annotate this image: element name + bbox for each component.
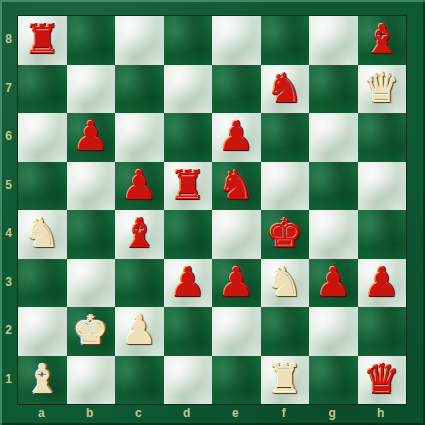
square-h6[interactable] xyxy=(358,113,407,162)
rank-label-2: 2 xyxy=(1,323,16,337)
square-e2[interactable] xyxy=(212,307,261,356)
file-label-f: f xyxy=(260,406,309,424)
square-f1[interactable]: ♜ xyxy=(261,356,310,405)
square-b4[interactable] xyxy=(67,210,116,259)
red-queen[interactable]: ♛ xyxy=(364,359,400,399)
file-label-c: c xyxy=(114,406,163,424)
chess-board-frame: ♜♝♞♛♟♟♟♜♞♞♝♚♟♟♞♟♟♚♟♝♜♛ 87654321 abcdefgh xyxy=(0,0,425,425)
white-pawn[interactable]: ♟ xyxy=(121,310,157,350)
square-d8[interactable] xyxy=(164,16,213,65)
square-b8[interactable] xyxy=(67,16,116,65)
white-bishop[interactable]: ♝ xyxy=(24,359,60,399)
square-e8[interactable] xyxy=(212,16,261,65)
square-d1[interactable] xyxy=(164,356,213,405)
square-e1[interactable] xyxy=(212,356,261,405)
square-f7[interactable]: ♞ xyxy=(261,65,310,114)
red-rook[interactable]: ♜ xyxy=(170,165,206,205)
square-f5[interactable] xyxy=(261,162,310,211)
red-rook[interactable]: ♜ xyxy=(24,19,60,59)
red-bishop[interactable]: ♝ xyxy=(121,213,157,253)
square-a2[interactable] xyxy=(18,307,67,356)
square-a7[interactable] xyxy=(18,65,67,114)
rank-label-4: 4 xyxy=(1,226,16,240)
square-h5[interactable] xyxy=(358,162,407,211)
square-d5[interactable]: ♜ xyxy=(164,162,213,211)
rank-label-6: 6 xyxy=(1,129,16,143)
square-f3[interactable]: ♞ xyxy=(261,259,310,308)
rank-label-8: 8 xyxy=(1,32,16,46)
square-e6[interactable]: ♟ xyxy=(212,113,261,162)
red-bishop[interactable]: ♝ xyxy=(364,19,400,59)
white-rook[interactable]: ♜ xyxy=(267,359,303,399)
red-knight[interactable]: ♞ xyxy=(218,165,254,205)
red-pawn[interactable]: ♟ xyxy=(218,262,254,302)
square-c4[interactable]: ♝ xyxy=(115,210,164,259)
square-g2[interactable] xyxy=(309,307,358,356)
red-king[interactable]: ♚ xyxy=(267,213,303,253)
square-d6[interactable] xyxy=(164,113,213,162)
square-g7[interactable] xyxy=(309,65,358,114)
red-pawn[interactable]: ♟ xyxy=(218,116,254,156)
file-label-d: d xyxy=(163,406,212,424)
chess-board: ♜♝♞♛♟♟♟♜♞♞♝♚♟♟♞♟♟♚♟♝♜♛ xyxy=(17,15,407,405)
file-label-h: h xyxy=(357,406,406,424)
square-b3[interactable] xyxy=(67,259,116,308)
square-g6[interactable] xyxy=(309,113,358,162)
square-c8[interactable] xyxy=(115,16,164,65)
square-h2[interactable] xyxy=(358,307,407,356)
square-f4[interactable]: ♚ xyxy=(261,210,310,259)
square-g1[interactable] xyxy=(309,356,358,405)
square-e3[interactable]: ♟ xyxy=(212,259,261,308)
square-h7[interactable]: ♛ xyxy=(358,65,407,114)
rank-label-5: 5 xyxy=(1,178,16,192)
square-a1[interactable]: ♝ xyxy=(18,356,67,405)
square-a6[interactable] xyxy=(18,113,67,162)
square-c7[interactable] xyxy=(115,65,164,114)
red-knight[interactable]: ♞ xyxy=(267,68,303,108)
square-h1[interactable]: ♛ xyxy=(358,356,407,405)
file-label-a: a xyxy=(17,406,66,424)
white-knight[interactable]: ♞ xyxy=(267,262,303,302)
square-a5[interactable] xyxy=(18,162,67,211)
square-b2[interactable]: ♚ xyxy=(67,307,116,356)
file-label-b: b xyxy=(66,406,115,424)
square-f6[interactable] xyxy=(261,113,310,162)
white-knight[interactable]: ♞ xyxy=(24,213,60,253)
rank-label-7: 7 xyxy=(1,81,16,95)
square-b7[interactable] xyxy=(67,65,116,114)
square-h4[interactable] xyxy=(358,210,407,259)
square-a3[interactable] xyxy=(18,259,67,308)
file-label-g: g xyxy=(308,406,357,424)
square-g3[interactable]: ♟ xyxy=(309,259,358,308)
red-pawn[interactable]: ♟ xyxy=(170,262,206,302)
square-h3[interactable]: ♟ xyxy=(358,259,407,308)
white-king[interactable]: ♚ xyxy=(73,310,109,350)
square-c1[interactable] xyxy=(115,356,164,405)
square-e5[interactable]: ♞ xyxy=(212,162,261,211)
rank-label-1: 1 xyxy=(1,372,16,386)
square-d3[interactable]: ♟ xyxy=(164,259,213,308)
square-b1[interactable] xyxy=(67,356,116,405)
square-c3[interactable] xyxy=(115,259,164,308)
square-c2[interactable]: ♟ xyxy=(115,307,164,356)
square-f2[interactable] xyxy=(261,307,310,356)
square-a8[interactable]: ♜ xyxy=(18,16,67,65)
square-c6[interactable] xyxy=(115,113,164,162)
square-f8[interactable] xyxy=(261,16,310,65)
rank-label-3: 3 xyxy=(1,275,16,289)
square-d2[interactable] xyxy=(164,307,213,356)
square-g4[interactable] xyxy=(309,210,358,259)
square-c5[interactable]: ♟ xyxy=(115,162,164,211)
square-b5[interactable] xyxy=(67,162,116,211)
file-label-e: e xyxy=(211,406,260,424)
red-pawn[interactable]: ♟ xyxy=(315,262,351,302)
red-pawn[interactable]: ♟ xyxy=(364,262,400,302)
red-pawn[interactable]: ♟ xyxy=(73,116,109,156)
square-e7[interactable] xyxy=(212,65,261,114)
square-d4[interactable] xyxy=(164,210,213,259)
square-g5[interactable] xyxy=(309,162,358,211)
square-e4[interactable] xyxy=(212,210,261,259)
white-queen[interactable]: ♛ xyxy=(364,68,400,108)
square-d7[interactable] xyxy=(164,65,213,114)
square-b6[interactable]: ♟ xyxy=(67,113,116,162)
square-h8[interactable]: ♝ xyxy=(358,16,407,65)
square-a4[interactable]: ♞ xyxy=(18,210,67,259)
square-g8[interactable] xyxy=(309,16,358,65)
red-pawn[interactable]: ♟ xyxy=(121,165,157,205)
